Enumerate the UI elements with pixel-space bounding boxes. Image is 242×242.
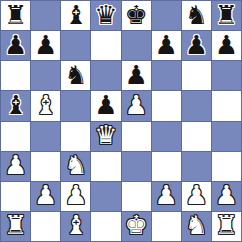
square-g3[interactable] bbox=[182, 152, 211, 181]
piece-white-knight: ♞ bbox=[185, 212, 208, 238]
piece-black-bishop: ♝ bbox=[64, 2, 87, 28]
square-a7[interactable]: ♟ bbox=[1, 31, 30, 60]
square-g7[interactable]: ♟ bbox=[182, 31, 211, 60]
square-b2[interactable]: ♟ bbox=[31, 182, 60, 211]
square-d5[interactable]: ♟ bbox=[91, 91, 120, 120]
piece-white-pawn: ♟ bbox=[185, 182, 208, 208]
square-c8[interactable]: ♝ bbox=[61, 1, 90, 30]
square-d4[interactable]: ♛ bbox=[91, 122, 120, 151]
square-f7[interactable]: ♟ bbox=[152, 31, 181, 60]
square-g8[interactable]: ♞ bbox=[182, 1, 211, 30]
square-b7[interactable]: ♟ bbox=[31, 31, 60, 60]
square-d8[interactable]: ♛ bbox=[91, 1, 120, 30]
piece-white-pawn: ♟ bbox=[64, 182, 87, 208]
square-f6[interactable] bbox=[152, 61, 181, 90]
square-g6[interactable] bbox=[182, 61, 211, 90]
square-c6[interactable]: ♞ bbox=[61, 61, 90, 90]
square-h1[interactable]: ♜ bbox=[212, 212, 241, 241]
square-h7[interactable]: ♟ bbox=[212, 31, 241, 60]
square-d7[interactable] bbox=[91, 31, 120, 60]
square-e7[interactable] bbox=[122, 31, 151, 60]
square-e1[interactable]: ♚ bbox=[122, 212, 151, 241]
square-h3[interactable] bbox=[212, 152, 241, 181]
piece-white-king: ♚ bbox=[124, 212, 147, 238]
piece-white-knight: ♞ bbox=[64, 152, 87, 178]
piece-white-rook: ♜ bbox=[4, 212, 27, 238]
piece-white-pawn: ♟ bbox=[124, 92, 147, 118]
square-h6[interactable] bbox=[212, 61, 241, 90]
piece-white-bishop: ♝ bbox=[64, 212, 87, 238]
square-a5[interactable]: ♝ bbox=[1, 91, 30, 120]
piece-white-pawn: ♟ bbox=[34, 182, 57, 208]
square-f5[interactable] bbox=[152, 91, 181, 120]
square-h4[interactable] bbox=[212, 122, 241, 151]
piece-black-rook: ♜ bbox=[215, 2, 238, 28]
square-a1[interactable]: ♜ bbox=[1, 212, 30, 241]
piece-white-bishop: ♝ bbox=[34, 92, 57, 118]
piece-white-pawn: ♟ bbox=[215, 182, 238, 208]
square-c5[interactable] bbox=[61, 91, 90, 120]
square-c4[interactable] bbox=[61, 122, 90, 151]
piece-white-queen: ♛ bbox=[94, 122, 117, 148]
square-e8[interactable]: ♚ bbox=[122, 1, 151, 30]
square-b1[interactable] bbox=[31, 212, 60, 241]
piece-black-queen: ♛ bbox=[94, 2, 117, 28]
square-c1[interactable]: ♝ bbox=[61, 212, 90, 241]
square-d1[interactable] bbox=[91, 212, 120, 241]
square-a3[interactable]: ♟ bbox=[1, 152, 30, 181]
square-h5[interactable] bbox=[212, 91, 241, 120]
square-c3[interactable]: ♞ bbox=[61, 152, 90, 181]
square-g2[interactable]: ♟ bbox=[182, 182, 211, 211]
piece-black-pawn: ♟ bbox=[185, 32, 208, 58]
square-h8[interactable]: ♜ bbox=[212, 1, 241, 30]
square-b4[interactable] bbox=[31, 122, 60, 151]
square-e2[interactable] bbox=[122, 182, 151, 211]
piece-white-rook: ♜ bbox=[215, 212, 238, 238]
piece-black-pawn: ♟ bbox=[215, 32, 238, 58]
square-d3[interactable] bbox=[91, 152, 120, 181]
piece-black-knight: ♞ bbox=[64, 62, 87, 88]
square-f2[interactable]: ♟ bbox=[152, 182, 181, 211]
square-b6[interactable] bbox=[31, 61, 60, 90]
square-c2[interactable]: ♟ bbox=[61, 182, 90, 211]
square-g5[interactable] bbox=[182, 91, 211, 120]
square-g4[interactable] bbox=[182, 122, 211, 151]
square-a8[interactable]: ♜ bbox=[1, 1, 30, 30]
piece-white-pawn: ♟ bbox=[4, 152, 27, 178]
piece-black-pawn: ♟ bbox=[94, 92, 117, 118]
square-b3[interactable] bbox=[31, 152, 60, 181]
square-e3[interactable] bbox=[122, 152, 151, 181]
square-d6[interactable] bbox=[91, 61, 120, 90]
piece-black-knight: ♞ bbox=[185, 2, 208, 28]
square-e4[interactable] bbox=[122, 122, 151, 151]
square-f8[interactable] bbox=[152, 1, 181, 30]
square-f3[interactable] bbox=[152, 152, 181, 181]
square-b8[interactable] bbox=[31, 1, 60, 30]
square-h2[interactable]: ♟ bbox=[212, 182, 241, 211]
square-e5[interactable]: ♟ bbox=[122, 91, 151, 120]
piece-white-pawn: ♟ bbox=[155, 182, 178, 208]
square-a6[interactable] bbox=[1, 61, 30, 90]
square-a2[interactable] bbox=[1, 182, 30, 211]
piece-black-rook: ♜ bbox=[4, 2, 27, 28]
square-c7[interactable] bbox=[61, 31, 90, 60]
square-g1[interactable]: ♞ bbox=[182, 212, 211, 241]
piece-black-king: ♚ bbox=[124, 2, 147, 28]
piece-black-pawn: ♟ bbox=[34, 32, 57, 58]
square-f1[interactable] bbox=[152, 212, 181, 241]
piece-black-bishop: ♝ bbox=[4, 92, 27, 118]
square-a4[interactable] bbox=[1, 122, 30, 151]
square-d2[interactable] bbox=[91, 182, 120, 211]
square-f4[interactable] bbox=[152, 122, 181, 151]
square-b5[interactable]: ♝ bbox=[31, 91, 60, 120]
chess-board: ♜♝♛♚♞♜♟♟♟♟♟♞♟♝♝♟♟♛♟♞♟♟♟♟♟♜♝♚♞♜ bbox=[0, 0, 242, 242]
piece-black-pawn: ♟ bbox=[4, 32, 27, 58]
square-e6[interactable]: ♟ bbox=[122, 61, 151, 90]
piece-black-pawn: ♟ bbox=[155, 32, 178, 58]
piece-black-pawn: ♟ bbox=[124, 62, 147, 88]
